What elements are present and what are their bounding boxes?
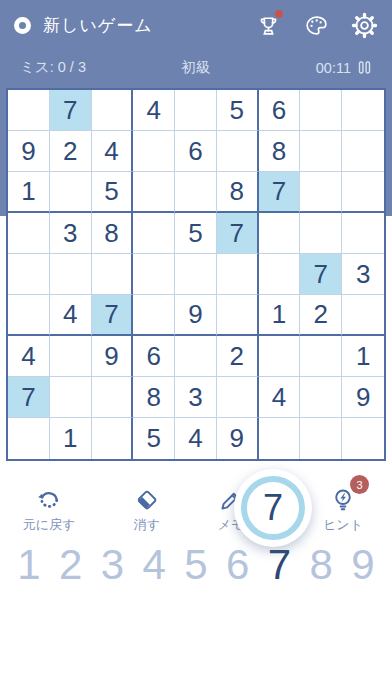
cell-r4c2[interactable]: 3: [50, 213, 92, 254]
cell-r6c4[interactable]: [133, 295, 175, 336]
cell-r3c8[interactable]: [300, 172, 342, 213]
cell-r5c7[interactable]: [259, 254, 301, 295]
erase-label: 消す: [134, 516, 160, 534]
cell-r6c3[interactable]: 7: [92, 295, 134, 336]
cell-r9c5[interactable]: 4: [175, 418, 217, 459]
sudoku-grid: 74569246815873857734791249621783491549: [6, 88, 386, 461]
cell-r2c2[interactable]: 2: [50, 131, 92, 172]
cell-r9c2[interactable]: 1: [50, 418, 92, 459]
cell-r9c8[interactable]: [300, 418, 342, 459]
toolbar: 元に戻す 消す メモ ヒント 3: [0, 480, 392, 538]
cell-r7c7[interactable]: [259, 336, 301, 377]
difficulty-label: 初級: [182, 58, 211, 77]
cell-r1c2[interactable]: 7: [50, 90, 92, 131]
cell-r1c7[interactable]: 6: [259, 90, 301, 131]
cell-r7c1[interactable]: 4: [8, 336, 50, 377]
cell-r8c8[interactable]: [300, 377, 342, 418]
cell-r3c4[interactable]: [133, 172, 175, 213]
trophy-notification-dot: [275, 10, 283, 18]
numpad-digit-5[interactable]: 5: [177, 541, 215, 589]
cell-r5c5[interactable]: [175, 254, 217, 295]
numpad-digit-8[interactable]: 8: [302, 541, 340, 589]
cell-r6c8[interactable]: 2: [300, 295, 342, 336]
cell-r7c5[interactable]: [175, 336, 217, 377]
cell-r2c3[interactable]: 4: [92, 131, 134, 172]
selected-number-bubble[interactable]: 7: [234, 469, 312, 547]
cell-r3c5[interactable]: [175, 172, 217, 213]
cell-r5c1[interactable]: [8, 254, 50, 295]
cell-r8c2[interactable]: [50, 377, 92, 418]
cell-r6c6[interactable]: [217, 295, 259, 336]
cell-r8c6[interactable]: [217, 377, 259, 418]
cell-r2c7[interactable]: 8: [259, 131, 301, 172]
cell-r1c9[interactable]: [342, 90, 384, 131]
cell-r6c1[interactable]: [8, 295, 50, 336]
numpad-digit-6[interactable]: 6: [219, 541, 257, 589]
cell-r6c5[interactable]: 9: [175, 295, 217, 336]
undo-icon: [35, 486, 63, 514]
cell-r2c5[interactable]: 6: [175, 131, 217, 172]
cell-r2c9[interactable]: [342, 131, 384, 172]
cell-r8c1[interactable]: 7: [8, 377, 50, 418]
cell-r8c7[interactable]: 4: [259, 377, 301, 418]
numpad: 123456789: [10, 541, 382, 589]
cell-r5c2[interactable]: [50, 254, 92, 295]
numpad-digit-4[interactable]: 4: [135, 541, 173, 589]
cell-r2c1[interactable]: 9: [8, 131, 50, 172]
cell-r4c3[interactable]: 8: [92, 213, 134, 254]
settings-button[interactable]: [351, 12, 378, 39]
gear-icon: [351, 12, 378, 39]
undo-label: 元に戻す: [23, 516, 76, 534]
cell-r1c8[interactable]: [300, 90, 342, 131]
cell-r7c6[interactable]: 2: [217, 336, 259, 377]
status-bar: ミス: 0 / 3 初級 00:11: [0, 50, 392, 85]
cell-r1c1[interactable]: [8, 90, 50, 131]
cell-r8c9[interactable]: 9: [342, 377, 384, 418]
cell-r4c6[interactable]: 7: [217, 213, 259, 254]
selected-number-value: 7: [241, 476, 305, 540]
cell-r6c2[interactable]: 4: [50, 295, 92, 336]
cell-r8c3[interactable]: [92, 377, 134, 418]
cell-r7c9[interactable]: 1: [342, 336, 384, 377]
hint-badge: 3: [350, 475, 369, 494]
numpad-digit-1[interactable]: 1: [10, 541, 48, 589]
cell-r5c3[interactable]: [92, 254, 134, 295]
cell-r3c2[interactable]: [50, 172, 92, 213]
cell-r4c1[interactable]: [8, 213, 50, 254]
cell-r3c1[interactable]: 1: [8, 172, 50, 213]
cell-r2c8[interactable]: [300, 131, 342, 172]
palette-icon: [303, 12, 330, 39]
cell-r4c9[interactable]: [342, 213, 384, 254]
trophy-button[interactable]: [255, 12, 282, 39]
numpad-digit-7[interactable]: 7: [261, 541, 299, 589]
cell-r5c8[interactable]: 7: [300, 254, 342, 295]
page-title: 新しいゲーム: [43, 14, 255, 37]
theme-button[interactable]: [303, 12, 330, 39]
header-icons: [255, 12, 378, 39]
cell-r9c9[interactable]: [342, 418, 384, 459]
cell-r8c5[interactable]: 3: [175, 377, 217, 418]
cell-r4c4[interactable]: [133, 213, 175, 254]
cell-r1c5[interactable]: [175, 90, 217, 131]
cell-r8c4[interactable]: 8: [133, 377, 175, 418]
cell-r5c4[interactable]: [133, 254, 175, 295]
numpad-digit-9[interactable]: 9: [344, 541, 382, 589]
cell-r2c4[interactable]: [133, 131, 175, 172]
timer-value: 00:11: [316, 60, 351, 76]
cell-r1c3[interactable]: [92, 90, 134, 131]
cell-r6c7[interactable]: 1: [259, 295, 301, 336]
timer-area: 00:11: [316, 60, 372, 76]
pause-icon[interactable]: [357, 60, 372, 75]
cell-r5c6[interactable]: [217, 254, 259, 295]
cell-r3c9[interactable]: [342, 172, 384, 213]
cell-r4c8[interactable]: [300, 213, 342, 254]
cell-r3c6[interactable]: 8: [217, 172, 259, 213]
cell-r3c7[interactable]: 7: [259, 172, 301, 213]
sudoku-app: 新しいゲーム: [0, 0, 392, 696]
cell-r9c3[interactable]: [92, 418, 134, 459]
mistakes-counter: ミス: 0 / 3: [20, 58, 316, 77]
cell-r1c4[interactable]: 4: [133, 90, 175, 131]
cell-r7c3[interactable]: 9: [92, 336, 134, 377]
cell-r9c6[interactable]: 9: [217, 418, 259, 459]
numpad-digit-3[interactable]: 3: [94, 541, 132, 589]
undo-button[interactable]: 元に戻す: [0, 480, 98, 538]
record-icon: [14, 17, 31, 34]
cell-r7c8[interactable]: [300, 336, 342, 377]
cell-r7c2[interactable]: [50, 336, 92, 377]
cell-r9c1[interactable]: [8, 418, 50, 459]
cell-r7c4[interactable]: 6: [133, 336, 175, 377]
numpad-digit-2[interactable]: 2: [52, 541, 90, 589]
cell-r9c4[interactable]: 5: [133, 418, 175, 459]
cell-r4c7[interactable]: [259, 213, 301, 254]
cell-r9c7[interactable]: [259, 418, 301, 459]
cell-r5c9[interactable]: 3: [342, 254, 384, 295]
cell-r1c6[interactable]: 5: [217, 90, 259, 131]
cell-r6c9[interactable]: [342, 295, 384, 336]
eraser-icon: [133, 486, 161, 514]
header-bar: 新しいゲーム: [0, 0, 392, 50]
cell-r3c3[interactable]: 5: [92, 172, 134, 213]
cell-r2c6[interactable]: [217, 131, 259, 172]
hint-label: ヒント: [323, 516, 363, 534]
cell-r4c5[interactable]: 5: [175, 213, 217, 254]
